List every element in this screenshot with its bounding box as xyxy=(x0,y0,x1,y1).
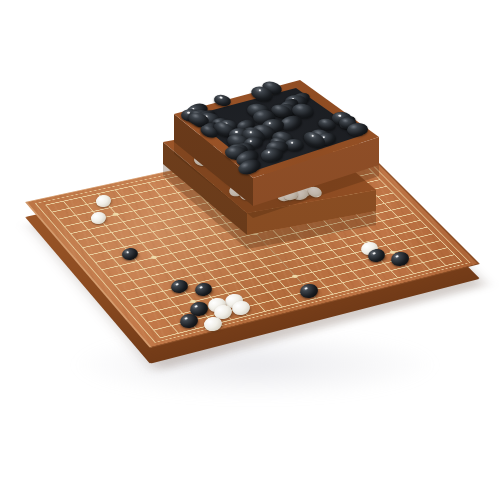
stone-highlight xyxy=(250,131,253,134)
stone-highlight xyxy=(311,134,314,137)
stone-highlight xyxy=(291,142,294,144)
stone-highlight xyxy=(268,151,271,153)
stone-highlight xyxy=(219,97,222,100)
tray-black-stone xyxy=(285,139,305,152)
stone-highlight xyxy=(249,140,252,142)
black-tray-stones xyxy=(0,0,500,500)
stone-highlight xyxy=(235,131,238,133)
stone-highlight xyxy=(338,114,341,116)
stone-highlight xyxy=(258,88,261,91)
tray-black-stone xyxy=(347,123,368,137)
go-set-product-photo xyxy=(0,0,500,500)
tray-black-stone xyxy=(213,93,232,107)
stone-highlight xyxy=(269,122,272,124)
